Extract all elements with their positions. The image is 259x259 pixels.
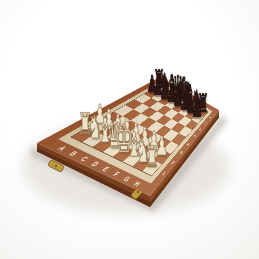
rank-label-2: 2 — [170, 159, 176, 165]
file-label-e: E — [101, 165, 112, 173]
file-label-b: B — [67, 149, 80, 157]
rank-label-3: 3 — [179, 150, 184, 155]
file-label-g: G — [122, 174, 133, 183]
file-label-d: D — [90, 160, 102, 168]
file-label-f: F — [112, 170, 122, 178]
file-label-a: A — [56, 144, 70, 152]
rank-label-4: 4 — [186, 142, 191, 147]
rank-label-5: 5 — [193, 134, 197, 138]
rank-label-1: 1 — [161, 170, 167, 176]
photo-canvas: ABCDEFGH 12345678 ♜♞♝♛♚♝♞♜♟♟♟♟♟♟♟♟♟♟♟♟♟♟… — [0, 0, 259, 259]
file-label-c: C — [79, 155, 91, 163]
rank-label-6: 6 — [198, 127, 202, 131]
file-label-h: H — [132, 179, 142, 188]
rank-label-8: 8 — [209, 116, 212, 119]
rank-label-7: 7 — [204, 121, 208, 124]
